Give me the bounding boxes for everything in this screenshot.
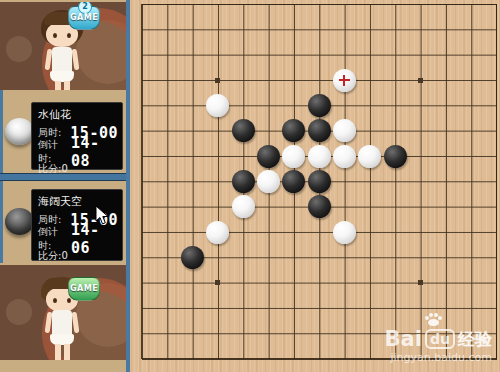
black-player-panel: 海阔天空 局时: 15-00 倒计时: 14-06 比分:0 xyxy=(0,181,126,263)
black-stone-bowl-icon xyxy=(5,208,34,235)
stone-white xyxy=(308,145,331,168)
stone-white xyxy=(232,195,255,218)
panel-divider xyxy=(0,173,126,181)
watermark-brand: Bai xyxy=(385,329,422,349)
stone-black xyxy=(308,94,331,117)
score-label: 比分: xyxy=(38,250,61,261)
stone-white xyxy=(206,221,229,244)
stone-white xyxy=(333,221,356,244)
stone-white-last-move xyxy=(333,69,356,92)
stone-black xyxy=(232,170,255,193)
gomoku-board[interactable]: Bai du 经验 jingyan.baidu.com xyxy=(130,0,500,372)
star-point xyxy=(215,78,220,83)
stone-black xyxy=(257,145,280,168)
star-point xyxy=(418,78,423,83)
white-player-panel: 水仙花 局时: 15-00 倒计时: 14-08 比分:0 xyxy=(0,90,126,173)
watermark-brand-box: du xyxy=(425,329,455,349)
mouse-cursor xyxy=(95,205,109,225)
stone-white xyxy=(282,145,305,168)
white-player-clock: 水仙花 局时: 15-00 倒计时: 14-08 比分:0 xyxy=(31,102,123,170)
watermark-brand-cn: 经验 xyxy=(458,330,492,349)
star-point xyxy=(215,280,220,285)
white-stone-bowl-icon xyxy=(5,118,34,145)
stone-white xyxy=(257,170,280,193)
sidebar-bottom-strip xyxy=(0,360,126,372)
avatar-area-black-player: GAME xyxy=(0,263,126,364)
stone-white xyxy=(358,145,381,168)
avatar-area-white-player: 2 GAME xyxy=(0,0,126,94)
player-name: 水仙花 xyxy=(32,103,122,123)
baidu-jingyan-watermark: Bai du 经验 jingyan.baidu.com xyxy=(385,329,492,364)
paw-icon xyxy=(428,319,439,326)
black-player-clock: 海阔天空 局时: 15-00 倒计时: 14-06 比分:0 xyxy=(31,189,123,261)
stone-black xyxy=(308,119,331,142)
stone-black xyxy=(232,119,255,142)
avatar-black-player xyxy=(0,265,126,362)
stone-black xyxy=(308,170,331,193)
stone-black xyxy=(384,145,407,168)
stone-black xyxy=(181,246,204,269)
watermark-url: jingyan.baidu.com xyxy=(385,351,492,364)
gomoku-game-window: 2 GAME 水仙花 局时: 15-00 倒计时: 14-08 比分:0 xyxy=(0,0,500,372)
game-badge-icon: 2 GAME xyxy=(68,6,100,30)
stone-black xyxy=(308,195,331,218)
countdown-value: 14-08 xyxy=(71,134,118,170)
score-value: 0 xyxy=(61,250,67,261)
last-move-marker xyxy=(339,75,350,86)
stone-white xyxy=(333,145,356,168)
game-badge-icon: GAME xyxy=(68,277,100,301)
avatar-white-player xyxy=(0,2,126,92)
countdown-value: 14-06 xyxy=(71,221,118,257)
star-point xyxy=(418,280,423,285)
players-sidebar: 2 GAME 水仙花 局时: 15-00 倒计时: 14-08 比分:0 xyxy=(0,0,126,372)
